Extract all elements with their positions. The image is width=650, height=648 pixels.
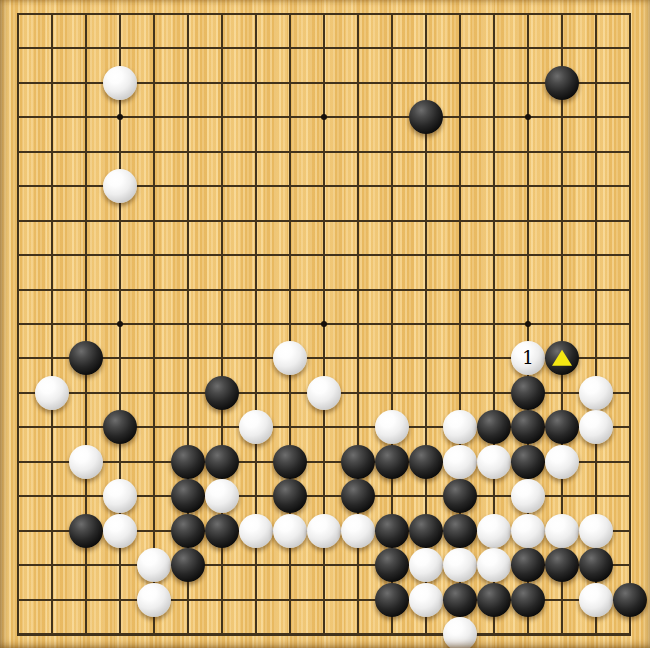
white-stone[interactable] [443, 617, 477, 648]
black-stone[interactable] [375, 548, 409, 582]
black-stone[interactable] [273, 479, 307, 513]
white-stone[interactable] [511, 341, 545, 375]
black-stone[interactable] [545, 410, 579, 444]
black-stone[interactable] [511, 410, 545, 444]
white-stone[interactable] [511, 514, 545, 548]
black-stone[interactable] [545, 66, 579, 100]
black-stone[interactable] [409, 514, 443, 548]
white-stone[interactable] [579, 410, 613, 444]
black-stone[interactable] [375, 583, 409, 617]
star-point [321, 114, 327, 120]
black-stone[interactable] [545, 341, 579, 375]
black-stone[interactable] [443, 514, 477, 548]
black-stone[interactable] [511, 548, 545, 582]
black-stone[interactable] [409, 445, 443, 479]
black-stone[interactable] [511, 445, 545, 479]
go-board: 1 [0, 0, 650, 648]
black-stone[interactable] [205, 514, 239, 548]
star-point [525, 114, 531, 120]
white-stone[interactable] [477, 514, 511, 548]
black-stone[interactable] [613, 583, 647, 617]
black-stone[interactable] [205, 376, 239, 410]
white-stone[interactable] [137, 583, 171, 617]
white-stone[interactable] [103, 514, 137, 548]
black-stone[interactable] [511, 583, 545, 617]
white-stone[interactable] [103, 169, 137, 203]
black-stone[interactable] [341, 479, 375, 513]
white-stone[interactable] [103, 479, 137, 513]
black-stone[interactable] [341, 445, 375, 479]
grid-vline [51, 13, 53, 635]
black-stone[interactable] [477, 410, 511, 444]
black-stone[interactable] [69, 341, 103, 375]
black-stone[interactable] [171, 479, 205, 513]
white-stone[interactable] [511, 479, 545, 513]
black-stone[interactable] [477, 583, 511, 617]
black-stone[interactable] [443, 479, 477, 513]
white-stone[interactable] [307, 376, 341, 410]
white-stone[interactable] [239, 514, 273, 548]
black-stone[interactable] [69, 514, 103, 548]
white-stone[interactable] [443, 410, 477, 444]
star-point [117, 321, 123, 327]
black-stone[interactable] [375, 514, 409, 548]
white-stone[interactable] [273, 514, 307, 548]
white-stone[interactable] [375, 410, 409, 444]
grid-vline [629, 13, 631, 635]
white-stone[interactable] [103, 66, 137, 100]
white-stone[interactable] [409, 583, 443, 617]
white-stone[interactable] [273, 341, 307, 375]
black-stone[interactable] [171, 445, 205, 479]
black-stone[interactable] [273, 445, 307, 479]
star-point [321, 321, 327, 327]
star-point [117, 114, 123, 120]
white-stone[interactable] [545, 445, 579, 479]
grid-vline [17, 13, 19, 635]
white-stone[interactable] [443, 445, 477, 479]
white-stone[interactable] [579, 514, 613, 548]
white-stone[interactable] [579, 376, 613, 410]
white-stone[interactable] [579, 583, 613, 617]
white-stone[interactable] [239, 410, 273, 444]
white-stone[interactable] [205, 479, 239, 513]
white-stone[interactable] [307, 514, 341, 548]
black-stone[interactable] [375, 445, 409, 479]
white-stone[interactable] [477, 445, 511, 479]
white-stone[interactable] [69, 445, 103, 479]
white-stone[interactable] [443, 548, 477, 582]
black-stone[interactable] [443, 583, 477, 617]
black-stone[interactable] [205, 445, 239, 479]
white-stone[interactable] [409, 548, 443, 582]
black-stone[interactable] [579, 548, 613, 582]
white-stone[interactable] [341, 514, 375, 548]
star-point [525, 321, 531, 327]
white-stone[interactable] [35, 376, 69, 410]
white-stone[interactable] [137, 548, 171, 582]
black-stone[interactable] [171, 548, 205, 582]
black-stone[interactable] [409, 100, 443, 134]
grid-vline [153, 13, 155, 635]
black-stone[interactable] [103, 410, 137, 444]
white-stone[interactable] [477, 548, 511, 582]
black-stone[interactable] [545, 548, 579, 582]
black-stone[interactable] [511, 376, 545, 410]
white-stone[interactable] [545, 514, 579, 548]
black-stone[interactable] [171, 514, 205, 548]
